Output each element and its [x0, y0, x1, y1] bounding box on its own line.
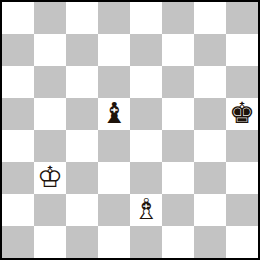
square-g1[interactable]	[194, 226, 226, 258]
square-a5[interactable]	[2, 98, 34, 130]
square-d7[interactable]	[98, 34, 130, 66]
square-c5[interactable]	[66, 98, 98, 130]
square-d8[interactable]	[98, 2, 130, 34]
square-e4[interactable]	[130, 130, 162, 162]
square-e2[interactable]: ♗	[130, 194, 162, 226]
black-bishop: ♝	[101, 98, 127, 129]
square-b7[interactable]	[34, 34, 66, 66]
square-f6[interactable]	[162, 66, 194, 98]
black-king: ♚	[229, 98, 255, 129]
square-f1[interactable]	[162, 226, 194, 258]
square-f3[interactable]	[162, 162, 194, 194]
white-bishop: ♗	[133, 194, 159, 225]
square-e1[interactable]	[130, 226, 162, 258]
square-a6[interactable]	[2, 66, 34, 98]
square-c1[interactable]	[66, 226, 98, 258]
square-h3[interactable]	[226, 162, 258, 194]
square-a1[interactable]	[2, 226, 34, 258]
square-e3[interactable]	[130, 162, 162, 194]
square-a7[interactable]	[2, 34, 34, 66]
square-b5[interactable]	[34, 98, 66, 130]
square-c4[interactable]	[66, 130, 98, 162]
square-b1[interactable]	[34, 226, 66, 258]
square-e5[interactable]	[130, 98, 162, 130]
square-g5[interactable]	[194, 98, 226, 130]
square-f7[interactable]	[162, 34, 194, 66]
square-a3[interactable]	[2, 162, 34, 194]
square-h4[interactable]	[226, 130, 258, 162]
square-f4[interactable]	[162, 130, 194, 162]
square-f5[interactable]	[162, 98, 194, 130]
chess-board: ♝♚♔♗	[0, 0, 260, 260]
square-d4[interactable]	[98, 130, 130, 162]
white-king: ♔	[37, 162, 63, 193]
square-f8[interactable]	[162, 2, 194, 34]
square-d3[interactable]	[98, 162, 130, 194]
square-e7[interactable]	[130, 34, 162, 66]
square-h7[interactable]	[226, 34, 258, 66]
square-g6[interactable]	[194, 66, 226, 98]
square-g2[interactable]	[194, 194, 226, 226]
square-e6[interactable]	[130, 66, 162, 98]
square-g7[interactable]	[194, 34, 226, 66]
square-c7[interactable]	[66, 34, 98, 66]
square-c8[interactable]	[66, 2, 98, 34]
square-h1[interactable]	[226, 226, 258, 258]
square-g3[interactable]	[194, 162, 226, 194]
square-f2[interactable]	[162, 194, 194, 226]
square-h2[interactable]	[226, 194, 258, 226]
square-b6[interactable]	[34, 66, 66, 98]
square-d6[interactable]	[98, 66, 130, 98]
square-a4[interactable]	[2, 130, 34, 162]
chess-diagram: ♝♚♔♗	[0, 0, 260, 260]
square-b3[interactable]: ♔	[34, 162, 66, 194]
square-d5[interactable]: ♝	[98, 98, 130, 130]
square-g4[interactable]	[194, 130, 226, 162]
square-h6[interactable]	[226, 66, 258, 98]
square-b4[interactable]	[34, 130, 66, 162]
square-h5[interactable]: ♚	[226, 98, 258, 130]
square-c6[interactable]	[66, 66, 98, 98]
square-b8[interactable]	[34, 2, 66, 34]
square-a2[interactable]	[2, 194, 34, 226]
square-c3[interactable]	[66, 162, 98, 194]
square-g8[interactable]	[194, 2, 226, 34]
square-c2[interactable]	[66, 194, 98, 226]
square-b2[interactable]	[34, 194, 66, 226]
square-a8[interactable]	[2, 2, 34, 34]
square-h8[interactable]	[226, 2, 258, 34]
square-d2[interactable]	[98, 194, 130, 226]
square-d1[interactable]	[98, 226, 130, 258]
square-e8[interactable]	[130, 2, 162, 34]
